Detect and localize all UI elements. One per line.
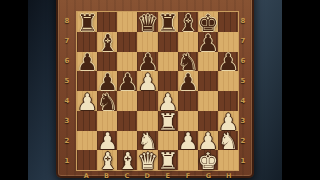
square-e6[interactable] bbox=[158, 52, 178, 72]
file-labels-bottom: ABCDEFGH bbox=[76, 171, 239, 180]
square-b7[interactable]: ♝ bbox=[97, 32, 117, 52]
square-f4[interactable] bbox=[178, 91, 198, 111]
piece-black-bishop[interactable]: ♝ bbox=[97, 32, 117, 54]
square-h2[interactable]: ♞ bbox=[218, 131, 238, 151]
piece-black-bishop[interactable]: ♝ bbox=[178, 12, 198, 34]
piece-black-knight[interactable]: ♞ bbox=[97, 91, 117, 113]
rank-label-left-2: 2 bbox=[58, 131, 76, 151]
piece-white-rook[interactable]: ♜ bbox=[158, 111, 178, 133]
rank-label-left-1: 1 bbox=[58, 151, 76, 171]
square-h8[interactable] bbox=[218, 12, 238, 32]
square-b4[interactable]: ♞ bbox=[97, 91, 117, 111]
square-e1[interactable]: ♜ bbox=[158, 150, 178, 170]
file-label-e: E bbox=[158, 171, 178, 180]
square-f2[interactable]: ♟ bbox=[178, 131, 198, 151]
square-c4[interactable] bbox=[117, 91, 137, 111]
piece-black-pawn[interactable]: ♟ bbox=[117, 71, 137, 93]
piece-black-queen[interactable]: ♛ bbox=[137, 12, 157, 34]
file-label-h: H bbox=[219, 171, 239, 180]
square-e4[interactable]: ♟ bbox=[158, 91, 178, 111]
rank-labels-left: 87654321 bbox=[58, 11, 76, 171]
square-c3[interactable] bbox=[117, 111, 137, 131]
square-g8[interactable]: ♚ bbox=[198, 12, 218, 32]
square-d5[interactable]: ♟ bbox=[137, 71, 157, 91]
piece-white-bishop[interactable]: ♝ bbox=[97, 150, 117, 172]
square-g4[interactable] bbox=[198, 91, 218, 111]
file-label-f: F bbox=[178, 171, 198, 180]
square-a1[interactable] bbox=[77, 150, 97, 170]
square-c8[interactable] bbox=[117, 12, 137, 32]
board-squares: ♜♛♜♝♚♝♟♟♟♞♟♟♟♟♟♟♞♟♜♟♟♞♟♟♞♝♝♛♜♚ bbox=[76, 11, 239, 171]
piece-white-bishop[interactable]: ♝ bbox=[117, 150, 137, 172]
file-label-b: B bbox=[96, 171, 116, 180]
square-g7[interactable]: ♟ bbox=[198, 32, 218, 52]
rank-label-left-4: 4 bbox=[58, 91, 76, 111]
rank-label-left-5: 5 bbox=[58, 71, 76, 91]
piece-black-pawn[interactable]: ♟ bbox=[77, 51, 97, 73]
piece-black-rook[interactable]: ♜ bbox=[158, 12, 178, 34]
square-h5[interactable] bbox=[218, 71, 238, 91]
piece-white-pawn[interactable]: ♟ bbox=[137, 71, 157, 93]
square-f1[interactable] bbox=[178, 150, 198, 170]
square-h6[interactable]: ♟ bbox=[218, 52, 238, 72]
rank-label-left-3: 3 bbox=[58, 111, 76, 131]
square-b1[interactable]: ♝ bbox=[97, 150, 117, 170]
piece-black-rook[interactable]: ♜ bbox=[77, 12, 97, 34]
rank-label-left-7: 7 bbox=[58, 31, 76, 51]
square-h4[interactable] bbox=[218, 91, 238, 111]
file-label-a: A bbox=[76, 171, 96, 180]
rank-label-left-8: 8 bbox=[58, 11, 76, 31]
rank-label-left-6: 6 bbox=[58, 51, 76, 71]
piece-white-king[interactable]: ♚ bbox=[198, 150, 218, 172]
piece-white-knight[interactable]: ♞ bbox=[218, 130, 238, 152]
square-e3[interactable]: ♜ bbox=[158, 111, 178, 131]
chess-board: 87654321 87654321 ♜♛♜♝♚♝♟♟♟♞♟♟♟♟♟♟♞♟♜♟♟♞… bbox=[56, 0, 254, 178]
square-a2[interactable] bbox=[77, 131, 97, 151]
piece-white-rook[interactable]: ♜ bbox=[158, 150, 178, 172]
square-d8[interactable]: ♛ bbox=[137, 12, 157, 32]
square-e7[interactable] bbox=[158, 32, 178, 52]
square-d4[interactable] bbox=[137, 91, 157, 111]
square-a6[interactable]: ♟ bbox=[77, 52, 97, 72]
piece-black-pawn[interactable]: ♟ bbox=[198, 32, 218, 54]
square-a4[interactable]: ♟ bbox=[77, 91, 97, 111]
square-g6[interactable] bbox=[198, 52, 218, 72]
square-d1[interactable]: ♛ bbox=[137, 150, 157, 170]
file-label-d: D bbox=[137, 171, 157, 180]
square-f8[interactable]: ♝ bbox=[178, 12, 198, 32]
app-background: 87654321 87654321 ♜♛♜♝♚♝♟♟♟♞♟♟♟♟♟♟♞♟♜♟♟♞… bbox=[0, 0, 320, 180]
piece-white-pawn[interactable]: ♟ bbox=[77, 91, 97, 113]
square-a3[interactable] bbox=[77, 111, 97, 131]
square-h1[interactable] bbox=[218, 150, 238, 170]
square-e8[interactable]: ♜ bbox=[158, 12, 178, 32]
square-c5[interactable]: ♟ bbox=[117, 71, 137, 91]
piece-black-pawn[interactable]: ♟ bbox=[178, 71, 198, 93]
file-label-g: G bbox=[198, 171, 218, 180]
piece-black-pawn[interactable]: ♟ bbox=[218, 51, 238, 73]
square-f5[interactable]: ♟ bbox=[178, 71, 198, 91]
file-label-c: C bbox=[117, 171, 137, 180]
square-g1[interactable]: ♚ bbox=[198, 150, 218, 170]
piece-white-queen[interactable]: ♛ bbox=[137, 150, 157, 172]
square-c7[interactable] bbox=[117, 32, 137, 52]
square-c1[interactable]: ♝ bbox=[117, 150, 137, 170]
square-b8[interactable] bbox=[97, 12, 117, 32]
square-g5[interactable] bbox=[198, 71, 218, 91]
piece-white-pawn[interactable]: ♟ bbox=[178, 130, 198, 152]
square-a8[interactable]: ♜ bbox=[77, 12, 97, 32]
